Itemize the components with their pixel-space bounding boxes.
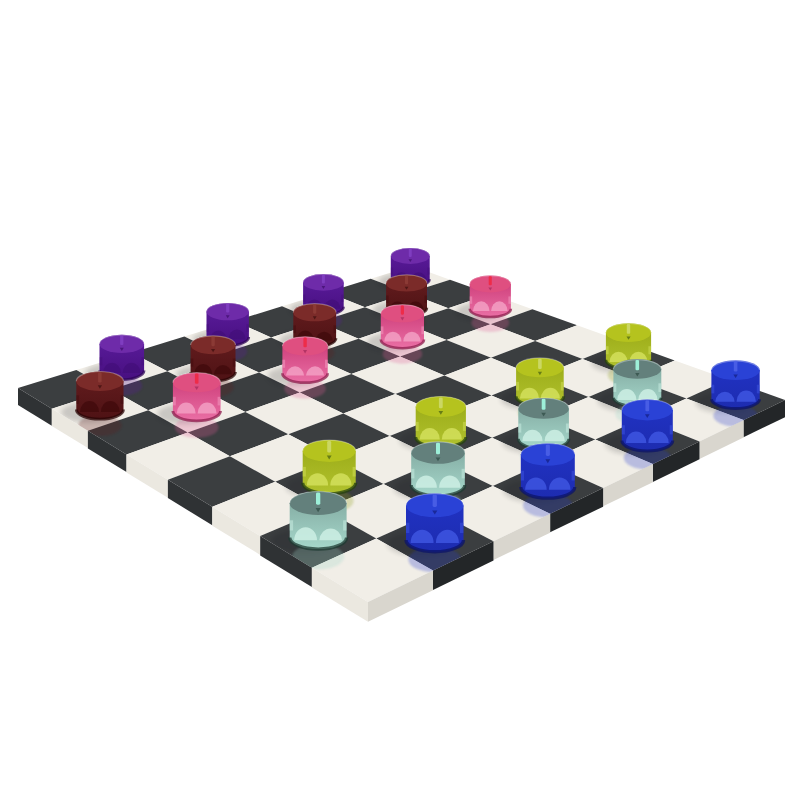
piece-side-notch: [191, 359, 194, 367]
piece-slot: [401, 305, 404, 314]
piece-side-notch: [233, 359, 236, 367]
piece-slot: [120, 336, 123, 346]
piece-side-notch: [613, 383, 616, 392]
piece-side-notch: [460, 523, 463, 533]
piece-side-notch: [421, 326, 424, 334]
piece-slot: [409, 249, 412, 257]
piece-side-notch: [325, 360, 328, 368]
piece-side-notch: [341, 295, 343, 302]
piece-side-notch: [290, 520, 293, 530]
piece-side-notch: [606, 346, 609, 354]
piece-slot: [98, 372, 102, 382]
piece-side-notch: [463, 422, 466, 431]
piece-teal-r7c8[interactable]: [290, 491, 347, 549]
piece-pink-r3c5[interactable]: [282, 337, 327, 383]
piece-maroon-r2c8[interactable]: [76, 372, 123, 420]
piece-slot: [734, 361, 738, 371]
piece-teal-r7c4[interactable]: [518, 398, 569, 449]
piece-pink-r3c3[interactable]: [381, 305, 424, 349]
piece-slot: [226, 304, 229, 313]
piece-blue-r8c5[interactable]: [521, 444, 575, 499]
piece-side-notch: [76, 395, 79, 404]
piece-side-notch: [282, 360, 285, 368]
piece-side-notch: [293, 325, 296, 333]
piece-slot: [327, 441, 331, 452]
piece-slot: [313, 305, 316, 314]
piece-lime-r6c5[interactable]: [416, 397, 466, 448]
piece-side-notch: [572, 471, 575, 481]
piece-blue-r8c1[interactable]: [711, 360, 759, 408]
piece-side-notch: [141, 357, 144, 365]
piece-side-notch: [566, 424, 569, 433]
piece-side-notch: [100, 357, 103, 365]
piece-teal-r7c6[interactable]: [411, 442, 465, 496]
piece-side-notch: [462, 469, 465, 479]
piece-blue-r8c7[interactable]: [406, 494, 464, 552]
piece-slot: [303, 338, 306, 348]
piece-side-notch: [518, 424, 521, 433]
piece-slot: [322, 275, 325, 284]
piece-side-notch: [561, 382, 564, 391]
piece-side-notch: [343, 520, 346, 530]
piece-side-notch: [173, 397, 176, 406]
checkers-3d-board: [0, 0, 800, 800]
piece-side-notch: [508, 296, 511, 303]
piece-slot: [636, 360, 640, 370]
piece-side-notch: [411, 469, 414, 479]
piece-side-notch: [521, 471, 524, 481]
piece-side-notch: [757, 385, 760, 394]
piece-slot: [439, 397, 443, 408]
piece-slot: [436, 443, 440, 455]
piece-side-notch: [658, 383, 661, 392]
piece-side-notch: [334, 325, 337, 333]
piece-side-notch: [711, 385, 714, 394]
piece-blue-r8c3[interactable]: [622, 399, 673, 451]
piece-slot: [645, 400, 649, 411]
piece-side-notch: [406, 523, 409, 533]
piece-side-notch: [516, 382, 519, 391]
piece-slot: [405, 276, 408, 285]
piece-side-notch: [648, 346, 651, 354]
piece-side-notch: [246, 324, 249, 332]
piece-side-notch: [303, 295, 305, 302]
piece-side-notch: [391, 268, 393, 275]
piece-pink-r3c1[interactable]: [470, 276, 511, 318]
piece-slot: [546, 444, 550, 456]
piece-slot: [195, 374, 199, 384]
piece-side-notch: [470, 296, 473, 303]
piece-side-notch: [416, 422, 419, 431]
piece-side-notch: [622, 425, 625, 434]
piece-slot: [433, 495, 437, 507]
piece-side-notch: [425, 296, 428, 303]
piece-pink-r3c7[interactable]: [173, 373, 221, 421]
piece-slot: [538, 359, 542, 369]
piece-side-notch: [218, 397, 221, 406]
render-stage: [0, 0, 800, 800]
piece-slot: [542, 399, 546, 410]
piece-side-notch: [207, 324, 210, 332]
piece-side-notch: [381, 326, 384, 334]
piece-side-notch: [121, 395, 124, 404]
piece-side-notch: [427, 268, 429, 275]
piece-side-notch: [386, 296, 389, 303]
piece-slot: [627, 324, 630, 334]
piece-side-notch: [353, 467, 356, 477]
piece-side-notch: [303, 467, 306, 477]
piece-slot: [316, 493, 320, 505]
piece-slot: [489, 276, 492, 285]
piece-slot: [211, 337, 214, 347]
piece-lime-r6c7[interactable]: [303, 440, 356, 494]
piece-side-notch: [670, 425, 673, 434]
